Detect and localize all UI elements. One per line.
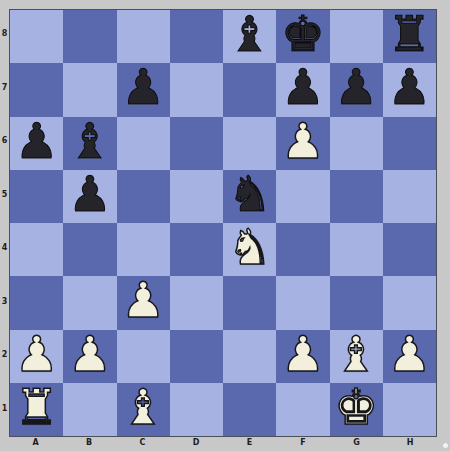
white-rook[interactable]: ♜: [15, 383, 59, 432]
square-a8[interactable]: [10, 10, 63, 63]
square-a4[interactable]: [10, 223, 63, 276]
square-f6[interactable]: ♟: [276, 117, 329, 170]
white-king[interactable]: ♚: [334, 383, 378, 432]
square-c1[interactable]: ♝: [117, 383, 170, 436]
black-pawn[interactable]: ♟: [121, 63, 165, 112]
rank-label-1: 1: [0, 405, 9, 413]
white-pawn[interactable]: ♟: [387, 330, 431, 379]
square-h4[interactable]: [383, 223, 436, 276]
square-g3[interactable]: [330, 276, 383, 329]
file-label-G: G: [330, 439, 383, 447]
chess-app-window: ♝♚♜♟♟♟♟♟♝♟♟♞♞♟♟♟♟♝♟♜♝♚ 87654321 ABCDEFGH: [0, 0, 450, 451]
white-pawn[interactable]: ♟: [281, 330, 325, 379]
square-e3[interactable]: [223, 276, 276, 329]
square-f7[interactable]: ♟: [276, 63, 329, 116]
square-a5[interactable]: [10, 170, 63, 223]
square-d5[interactable]: [170, 170, 223, 223]
square-b5[interactable]: ♟: [63, 170, 116, 223]
white-pawn[interactable]: ♟: [68, 330, 112, 379]
rank-label-2: 2: [0, 351, 9, 359]
square-b6[interactable]: ♝: [63, 117, 116, 170]
square-c7[interactable]: ♟: [117, 63, 170, 116]
chess-board: ♝♚♜♟♟♟♟♟♝♟♟♞♞♟♟♟♟♝♟♜♝♚: [9, 9, 437, 437]
square-g8[interactable]: [330, 10, 383, 63]
square-e8[interactable]: ♝: [223, 10, 276, 63]
square-e6[interactable]: [223, 117, 276, 170]
white-bishop[interactable]: ♝: [121, 383, 165, 432]
square-d1[interactable]: [170, 383, 223, 436]
square-d3[interactable]: [170, 276, 223, 329]
square-h5[interactable]: [383, 170, 436, 223]
black-pawn[interactable]: ♟: [387, 63, 431, 112]
file-label-B: B: [63, 439, 116, 447]
square-f4[interactable]: [276, 223, 329, 276]
square-h7[interactable]: ♟: [383, 63, 436, 116]
white-knight[interactable]: ♞: [228, 223, 272, 272]
rank-label-3: 3: [0, 298, 9, 306]
white-bishop[interactable]: ♝: [334, 330, 378, 379]
square-b1[interactable]: [63, 383, 116, 436]
square-g4[interactable]: [330, 223, 383, 276]
square-a7[interactable]: [10, 63, 63, 116]
square-b4[interactable]: [63, 223, 116, 276]
square-g2[interactable]: ♝: [330, 330, 383, 383]
black-bishop[interactable]: ♝: [228, 10, 272, 59]
square-f5[interactable]: [276, 170, 329, 223]
square-d2[interactable]: [170, 330, 223, 383]
square-e7[interactable]: [223, 63, 276, 116]
square-g6[interactable]: [330, 117, 383, 170]
square-h2[interactable]: ♟: [383, 330, 436, 383]
square-h6[interactable]: [383, 117, 436, 170]
square-d7[interactable]: [170, 63, 223, 116]
square-h3[interactable]: [383, 276, 436, 329]
black-pawn[interactable]: ♟: [334, 63, 378, 112]
square-f8[interactable]: ♚: [276, 10, 329, 63]
square-f3[interactable]: [276, 276, 329, 329]
square-b8[interactable]: [63, 10, 116, 63]
square-g5[interactable]: [330, 170, 383, 223]
file-label-D: D: [170, 439, 223, 447]
square-g1[interactable]: ♚: [330, 383, 383, 436]
square-b3[interactable]: [63, 276, 116, 329]
black-bishop[interactable]: ♝: [68, 117, 112, 166]
file-label-C: C: [116, 439, 169, 447]
square-c5[interactable]: [117, 170, 170, 223]
square-c8[interactable]: [117, 10, 170, 63]
square-h8[interactable]: ♜: [383, 10, 436, 63]
square-c3[interactable]: ♟: [117, 276, 170, 329]
rank-label-6: 6: [0, 137, 9, 145]
square-a3[interactable]: [10, 276, 63, 329]
white-pawn[interactable]: ♟: [15, 330, 59, 379]
square-c2[interactable]: [117, 330, 170, 383]
resize-grip-dot: [443, 443, 448, 448]
square-e5[interactable]: ♞: [223, 170, 276, 223]
file-label-F: F: [277, 439, 330, 447]
square-f2[interactable]: ♟: [276, 330, 329, 383]
rank-label-7: 7: [0, 84, 9, 92]
square-a2[interactable]: ♟: [10, 330, 63, 383]
black-king[interactable]: ♚: [281, 10, 325, 59]
black-pawn[interactable]: ♟: [68, 170, 112, 219]
black-rook[interactable]: ♜: [387, 10, 431, 59]
square-d6[interactable]: [170, 117, 223, 170]
black-knight[interactable]: ♞: [228, 170, 272, 219]
square-e2[interactable]: [223, 330, 276, 383]
rank-label-4: 4: [0, 244, 9, 252]
white-pawn[interactable]: ♟: [281, 117, 325, 166]
square-b7[interactable]: [63, 63, 116, 116]
square-f1[interactable]: [276, 383, 329, 436]
square-d4[interactable]: [170, 223, 223, 276]
file-label-H: H: [384, 439, 437, 447]
square-d8[interactable]: [170, 10, 223, 63]
square-c6[interactable]: [117, 117, 170, 170]
white-pawn[interactable]: ♟: [121, 276, 165, 325]
rank-label-5: 5: [0, 191, 9, 199]
square-g7[interactable]: ♟: [330, 63, 383, 116]
square-a1[interactable]: ♜: [10, 383, 63, 436]
black-pawn[interactable]: ♟: [281, 63, 325, 112]
file-label-E: E: [223, 439, 276, 447]
square-b2[interactable]: ♟: [63, 330, 116, 383]
rank-label-8: 8: [0, 30, 9, 38]
file-label-A: A: [9, 439, 62, 447]
square-c4[interactable]: [117, 223, 170, 276]
square-h1[interactable]: [383, 383, 436, 436]
square-e4[interactable]: ♞: [223, 223, 276, 276]
square-e1[interactable]: [223, 383, 276, 436]
black-pawn[interactable]: ♟: [15, 117, 59, 166]
square-a6[interactable]: ♟: [10, 117, 63, 170]
